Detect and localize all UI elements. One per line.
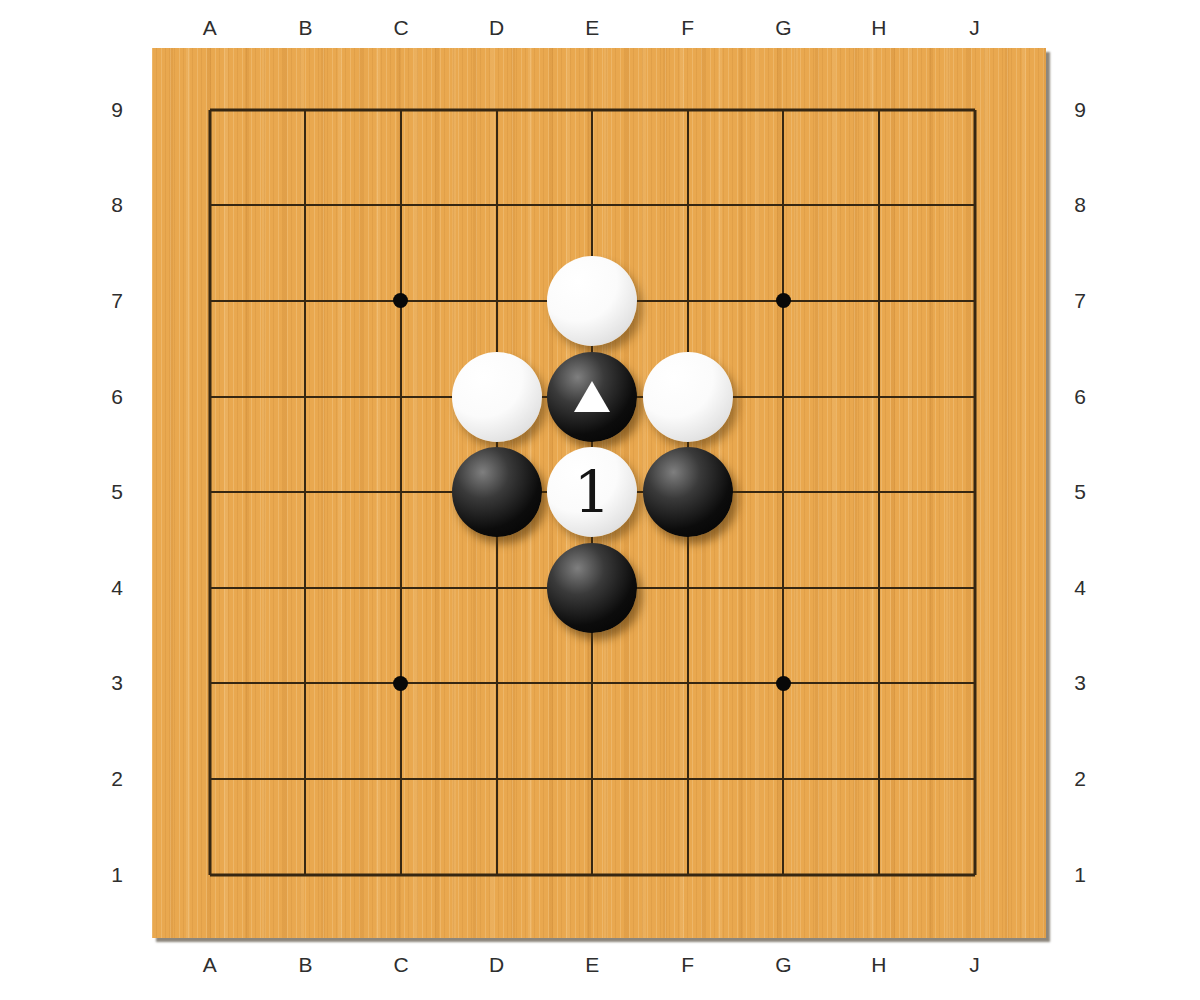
intersection-F9[interactable] [640,62,736,158]
intersection-B1[interactable] [258,827,354,923]
intersection-A2[interactable] [162,731,258,827]
coord-label-left-6: 6 [97,349,137,445]
grid-line-vertical [878,110,880,158]
stone-white-E5[interactable]: 1 [547,447,637,537]
stone-black-E6[interactable] [547,352,637,442]
intersection-D1[interactable] [449,827,545,923]
intersection-F5[interactable] [640,444,736,540]
column-labels-bottom: ABCDEFGHJ [162,950,1023,980]
intersection-E8[interactable] [544,158,640,254]
grid-line-vertical [496,110,498,158]
grid-line-vertical [400,540,402,636]
intersection-G4[interactable] [736,540,832,636]
coord-label-top-E: E [544,13,640,43]
coord-label-left-8: 8 [97,158,137,254]
intersection-D5[interactable] [449,444,545,540]
intersection-C3[interactable] [353,636,449,732]
intersection-E6[interactable] [544,349,640,445]
intersection-G1[interactable] [736,827,832,923]
coord-label-right-4: 4 [1060,540,1100,636]
grid-line-horizontal [210,204,258,206]
grid-line-vertical [496,158,498,254]
grid-line-vertical [208,540,211,636]
grid-line-vertical [878,636,880,732]
intersection-F6[interactable] [640,349,736,445]
intersection-D9[interactable] [449,62,545,158]
grid-line-vertical [208,110,211,158]
grid-line-vertical [208,444,211,540]
intersection-H2[interactable] [831,731,927,827]
coord-label-top-H: H [831,13,927,43]
coord-label-top-F: F [640,13,736,43]
grid-line-horizontal [210,491,258,493]
grid-line-vertical [304,110,306,158]
intersection-A6[interactable] [162,349,258,445]
grid-line-vertical [878,158,880,254]
grid-line-vertical [208,253,211,349]
star-point-C7 [393,293,408,308]
intersection-E5[interactable]: 1 [544,444,640,540]
intersection-B8[interactable] [258,158,354,254]
grid-line-vertical [304,540,306,636]
coord-label-left-5: 5 [97,444,137,540]
intersection-J4[interactable] [927,540,1023,636]
coord-label-top-D: D [449,13,545,43]
grid-line-vertical [208,158,211,254]
grid-line-vertical [400,444,402,540]
intersection-E2[interactable] [544,731,640,827]
grid-line-vertical [782,731,784,827]
intersection-H4[interactable] [831,540,927,636]
coord-label-left-7: 7 [97,253,137,349]
grid-line-vertical [496,253,498,349]
coord-label-right-6: 6 [1060,349,1100,445]
intersection-J6[interactable] [927,349,1023,445]
intersection-E4[interactable] [544,540,640,636]
grid-line-horizontal [927,204,975,206]
grid-line-vertical [973,349,976,445]
coord-label-bottom-E: E [544,950,640,980]
intersection-J9[interactable] [927,62,1023,158]
move-number-label: 1 [547,447,637,537]
intersection-D2[interactable] [449,731,545,827]
stone-white-E7[interactable] [547,256,637,346]
grid-line-vertical [878,349,880,445]
grid-line-vertical [878,444,880,540]
coord-label-top-B: B [258,13,354,43]
stone-white-F6[interactable] [643,352,733,442]
grid-line-horizontal [927,491,975,493]
grid-line-vertical [208,731,211,827]
grid-line-vertical [878,731,880,827]
grid-line-horizontal [927,682,975,684]
intersection-A5[interactable] [162,444,258,540]
stone-black-F5[interactable] [643,447,733,537]
star-point-C3 [393,676,408,691]
grid-line-vertical [496,540,498,636]
intersection-E7[interactable] [544,253,640,349]
stone-white-D6[interactable] [452,352,542,442]
grid-line-vertical [208,349,211,445]
grid-line-vertical [973,110,976,158]
intersection-F8[interactable] [640,158,736,254]
grid-line-vertical [304,636,306,732]
grid-line-horizontal [210,300,258,302]
intersection-A1[interactable] [162,827,258,923]
intersection-F4[interactable] [640,540,736,636]
grid-line-vertical [496,827,498,875]
intersection-C1[interactable] [353,827,449,923]
page: ABCDEFGHJ ABCDEFGHJ 987654321 987654321 … [0,0,1200,1000]
intersection-C9[interactable] [353,62,449,158]
grid-line-horizontal [927,300,975,302]
coord-label-top-J: J [927,13,1023,43]
intersection-J1[interactable] [927,827,1023,923]
intersection-B2[interactable] [258,731,354,827]
coord-label-left-3: 3 [97,636,137,732]
grid-line-vertical [687,827,689,875]
grid-line-vertical [878,827,880,875]
intersection-J5[interactable] [927,444,1023,540]
intersection-D8[interactable] [449,158,545,254]
intersection-D3[interactable] [449,636,545,732]
intersection-B5[interactable] [258,444,354,540]
grid-line-vertical [496,636,498,732]
grid-line-vertical [208,827,211,875]
grid-line-vertical [687,731,689,827]
grid-line-vertical [782,540,784,636]
coord-label-bottom-D: D [449,950,545,980]
go-board: 1 [152,48,1046,938]
stone-black-E4[interactable] [547,543,637,633]
intersection-H9[interactable] [831,62,927,158]
intersection-A8[interactable] [162,158,258,254]
intersection-A9[interactable] [162,62,258,158]
grid-line-vertical [304,444,306,540]
grid-line-vertical [782,349,784,445]
intersection-E1[interactable] [544,827,640,923]
grid-line-vertical [878,253,880,349]
coord-label-right-7: 7 [1060,253,1100,349]
grid-line-vertical [496,731,498,827]
grid-line-horizontal [210,396,258,398]
grid-line-vertical [591,731,593,827]
intersection-G2[interactable] [736,731,832,827]
grid-line-vertical [687,110,689,158]
coord-label-left-9: 9 [97,62,137,158]
coord-label-left-1: 1 [97,827,137,923]
star-point-G7 [776,293,791,308]
intersection-J2[interactable] [927,731,1023,827]
intersection-J7[interactable] [927,253,1023,349]
grid-line-vertical [973,636,976,732]
coord-label-bottom-G: G [736,950,832,980]
grid-line-vertical [591,636,593,732]
intersection-E9[interactable] [544,62,640,158]
intersection-C5[interactable] [353,444,449,540]
grid-line-vertical [304,253,306,349]
grid-line-vertical [782,827,784,875]
coord-label-bottom-H: H [831,950,927,980]
grid-line-vertical [973,731,976,827]
intersection-G5[interactable] [736,444,832,540]
intersection-D6[interactable] [449,349,545,445]
grid-line-horizontal [927,396,975,398]
grid-line-horizontal [210,873,258,876]
coord-label-right-1: 1 [1060,827,1100,923]
coord-label-bottom-J: J [927,950,1023,980]
intersection-H5[interactable] [831,444,927,540]
intersection-G7[interactable] [736,253,832,349]
row-labels-right: 987654321 [1060,62,1100,923]
intersection-H7[interactable] [831,253,927,349]
grid-line-vertical [591,110,593,158]
coord-label-right-8: 8 [1060,158,1100,254]
intersection-H8[interactable] [831,158,927,254]
grid-line-vertical [400,731,402,827]
coord-label-right-5: 5 [1060,444,1100,540]
grid-line-vertical [304,827,306,875]
intersection-G8[interactable] [736,158,832,254]
grid-line-vertical [591,827,593,875]
grid-line-vertical [400,158,402,254]
intersection-B7[interactable] [258,253,354,349]
grid-line-vertical [400,827,402,875]
intersection-J3[interactable] [927,636,1023,732]
intersection-B3[interactable] [258,636,354,732]
coord-label-left-4: 4 [97,540,137,636]
grid-line-vertical [687,158,689,254]
intersection-H1[interactable] [831,827,927,923]
intersection-C4[interactable] [353,540,449,636]
intersection-G6[interactable] [736,349,832,445]
grid-line-horizontal [210,108,258,111]
grid-line-vertical [687,636,689,732]
grid-line-vertical [782,158,784,254]
intersection-G9[interactable] [736,62,832,158]
stone-black-D5[interactable] [452,447,542,537]
grid-line-horizontal [927,587,975,589]
grid-line-vertical [973,253,976,349]
grid-line-vertical [591,158,593,254]
grid-line-horizontal [927,108,975,111]
intersection-A4[interactable] [162,540,258,636]
grid-line-vertical [973,158,976,254]
intersection-C8[interactable] [353,158,449,254]
star-point-G3 [776,676,791,691]
grid-line-horizontal [927,778,975,780]
grid-line-vertical [782,110,784,158]
coord-label-bottom-C: C [353,950,449,980]
grid-line-horizontal [210,682,258,684]
grid-line-vertical [400,110,402,158]
grid-line-vertical [304,349,306,445]
intersection-J8[interactable] [927,158,1023,254]
intersection-D7[interactable] [449,253,545,349]
grid-line-vertical [687,540,689,636]
grid-line-vertical [973,827,976,875]
grid-line-vertical [973,444,976,540]
intersection-C2[interactable] [353,731,449,827]
intersection-D4[interactable] [449,540,545,636]
intersection-C7[interactable] [353,253,449,349]
grid-line-vertical [878,540,880,636]
grid-line-vertical [400,349,402,445]
intersection-B4[interactable] [258,540,354,636]
intersection-C6[interactable] [353,349,449,445]
coord-label-right-2: 2 [1060,731,1100,827]
intersection-F3[interactable] [640,636,736,732]
coord-label-right-9: 9 [1060,62,1100,158]
intersection-B6[interactable] [258,349,354,445]
grid-line-vertical [304,158,306,254]
grid-line-horizontal [210,778,258,780]
coord-label-top-A: A [162,13,258,43]
coord-label-bottom-F: F [640,950,736,980]
intersection-E3[interactable] [544,636,640,732]
intersection-H3[interactable] [831,636,927,732]
coord-label-bottom-B: B [258,950,354,980]
grid-line-vertical [687,253,689,349]
intersection-F1[interactable] [640,827,736,923]
intersection-B9[interactable] [258,62,354,158]
intersection-H6[interactable] [831,349,927,445]
column-labels-top: ABCDEFGHJ [162,13,1023,43]
coord-label-right-3: 3 [1060,636,1100,732]
grid-line-horizontal [927,873,975,876]
triangle-mark-icon [574,381,610,412]
grid-line-vertical [973,540,976,636]
intersection-A7[interactable] [162,253,258,349]
grid-line-vertical [782,444,784,540]
intersection-A3[interactable] [162,636,258,732]
coord-label-top-C: C [353,13,449,43]
intersection-F7[interactable] [640,253,736,349]
goban-grid: 1 [162,62,1022,922]
grid-line-vertical [208,636,211,732]
row-labels-left: 987654321 [97,62,137,923]
intersection-F2[interactable] [640,731,736,827]
coord-label-bottom-A: A [162,950,258,980]
coord-label-left-2: 2 [97,731,137,827]
grid-line-horizontal [210,587,258,589]
grid-line-vertical [304,731,306,827]
coord-label-top-G: G [736,13,832,43]
intersection-G3[interactable] [736,636,832,732]
